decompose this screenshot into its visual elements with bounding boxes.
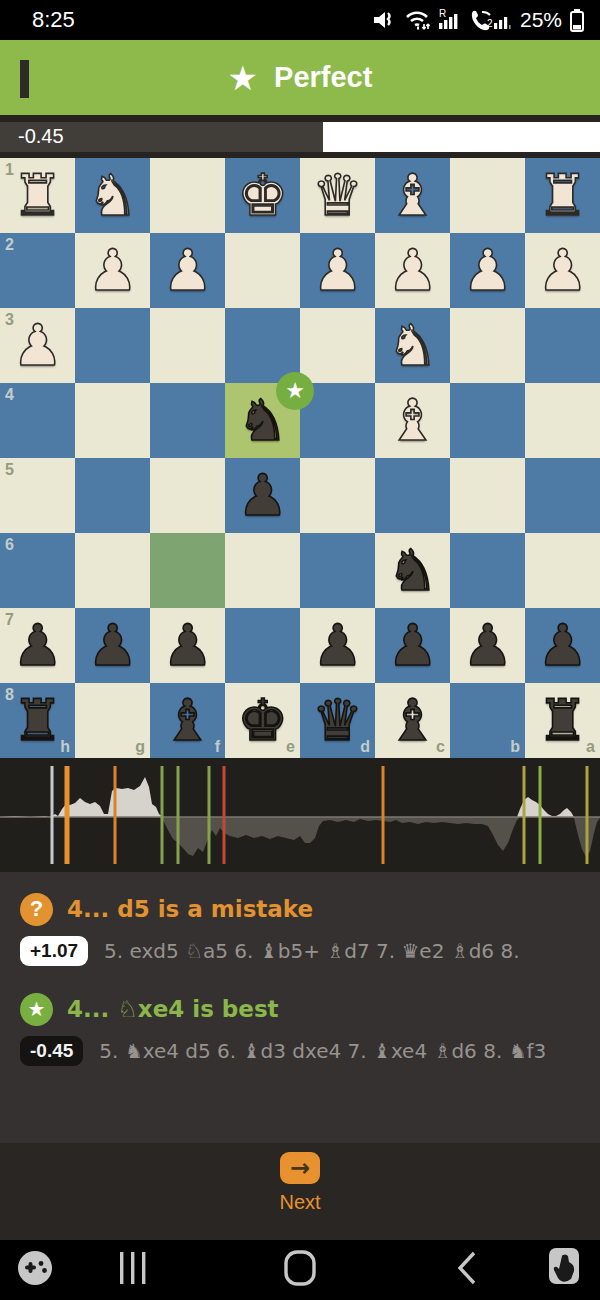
perfect-move-star-badge: ★ <box>276 372 314 410</box>
square-e6[interactable] <box>225 533 300 608</box>
square-f3[interactable] <box>150 308 225 383</box>
arrow-right-icon: → <box>290 1156 310 1180</box>
file-label: c <box>436 738 445 756</box>
square-e7[interactable] <box>225 608 300 683</box>
square-c6[interactable]: ♞ <box>375 533 450 608</box>
black-pawn-a7[interactable]: ♟ <box>537 608 588 683</box>
square-f5[interactable] <box>150 458 225 533</box>
call-signal-icon: 2 <box>468 7 514 33</box>
rank-label: 4 <box>5 386 14 404</box>
file-label: f <box>215 738 220 756</box>
rank-label: 1 <box>5 161 14 179</box>
square-c4[interactable]: ♝ <box>375 383 450 458</box>
square-a5[interactable] <box>525 458 600 533</box>
sim1-signal-icon: R <box>438 7 462 33</box>
square-a1[interactable]: ♜ <box>525 158 600 233</box>
move-marker[interactable] <box>208 766 211 864</box>
square-c8[interactable]: c♝ <box>375 683 450 758</box>
square-g7[interactable]: ♟ <box>75 608 150 683</box>
rank-label: 6 <box>5 536 14 554</box>
square-a6[interactable] <box>525 533 600 608</box>
square-h2[interactable]: 2 <box>0 233 75 308</box>
rank-label: 5 <box>5 461 14 479</box>
evaluation-bar-section: -0.45 <box>0 115 600 158</box>
game-launcher-icon[interactable] <box>16 1249 54 1291</box>
square-h4[interactable]: 4 <box>0 383 75 458</box>
square-f2[interactable]: ♟ <box>150 233 225 308</box>
square-c1[interactable]: ♝ <box>375 158 450 233</box>
square-a2[interactable]: ♟ <box>525 233 600 308</box>
move-quality-label: Perfect <box>274 61 372 94</box>
chess-board[interactable]: 1♜♞♚♛♝♜2♟♟♟♟♟♟3♟♞4♞♝5♟6♞7♟♟♟♟♟♟♟8h♜gf♝e♚… <box>0 158 600 758</box>
square-d8[interactable]: d♛ <box>300 683 375 758</box>
black-queen-d8[interactable]: ♛ <box>312 683 363 758</box>
square-e5[interactable]: ♟ <box>225 458 300 533</box>
move-marker[interactable] <box>161 766 164 864</box>
mistake-eval-badge: +1.07 <box>20 936 88 966</box>
square-b8[interactable]: b <box>450 683 525 758</box>
move-marker[interactable] <box>65 766 70 864</box>
white-knight-g1[interactable]: ♞ <box>87 158 138 233</box>
square-h8[interactable]: 8h♜ <box>0 683 75 758</box>
app-screen: { "game": "chess", "position": { "fen": … <box>0 0 600 1300</box>
rank-label: 8 <box>5 686 14 704</box>
battery-icon <box>568 6 586 34</box>
rank-label: 2 <box>5 236 14 254</box>
black-pawn-g7[interactable]: ♟ <box>87 608 138 683</box>
square-h3[interactable]: 3♟ <box>0 308 75 383</box>
square-a7[interactable]: ♟ <box>525 608 600 683</box>
drawer-notch <box>20 60 29 98</box>
square-a3[interactable] <box>525 308 600 383</box>
black-pawn-f7[interactable]: ♟ <box>162 608 213 683</box>
white-pawn-b2[interactable]: ♟ <box>462 233 513 308</box>
black-knight-c6[interactable]: ♞ <box>387 533 438 608</box>
square-f6[interactable] <box>150 533 225 608</box>
square-g4[interactable] <box>75 383 150 458</box>
mistake-block: ? 4... d5 is a mistake +1.07 5. exd5 ♘a5… <box>0 886 600 976</box>
square-b4[interactable] <box>450 383 525 458</box>
back-icon[interactable] <box>454 1249 480 1291</box>
white-pawn-g2[interactable]: ♟ <box>87 233 138 308</box>
best-move-block: ★ 4... ♘xe4 is best -0.45 5. ♞xe4 d5 6. … <box>0 986 600 1076</box>
square-d5[interactable] <box>300 458 375 533</box>
black-rook-h8[interactable]: ♜ <box>12 683 63 758</box>
battery-percent: 25% <box>520 8 562 32</box>
square-g8[interactable]: g <box>75 683 150 758</box>
mistake-title: 4... d5 is a mistake <box>67 896 313 922</box>
star-icon: ★ <box>228 61 258 95</box>
square-d2[interactable]: ♟ <box>300 233 375 308</box>
square-d3[interactable] <box>300 308 375 383</box>
square-c5[interactable] <box>375 458 450 533</box>
move-marker[interactable] <box>382 766 385 864</box>
black-bishop-c8[interactable]: ♝ <box>387 683 438 758</box>
square-h1[interactable]: 1♜ <box>0 158 75 233</box>
wifi-icon <box>404 8 432 32</box>
rank-label: 7 <box>5 611 14 629</box>
square-a4[interactable] <box>525 383 600 458</box>
file-label: b <box>510 738 520 756</box>
square-b5[interactable] <box>450 458 525 533</box>
white-queen-d1[interactable]: ♛ <box>312 158 363 233</box>
move-marker[interactable] <box>114 766 117 864</box>
evaluation-bar-white-fill <box>323 122 600 152</box>
square-d6[interactable] <box>300 533 375 608</box>
black-pawn-d7[interactable]: ♟ <box>312 608 363 683</box>
white-king-e1[interactable]: ♚ <box>237 158 288 233</box>
recent-apps-icon[interactable] <box>118 1250 148 1290</box>
evaluation-bar: -0.45 <box>0 122 600 152</box>
black-pawn-h7[interactable]: ♟ <box>12 608 63 683</box>
white-rook-h1[interactable]: ♜ <box>12 158 63 233</box>
clock: 8:25 <box>14 7 75 33</box>
svg-text:2: 2 <box>487 18 493 29</box>
square-d1[interactable]: ♛ <box>300 158 375 233</box>
move-marker[interactable] <box>51 766 54 864</box>
best-eval-badge: -0.45 <box>20 1036 83 1066</box>
footer-bar: → Next <box>0 1143 600 1240</box>
white-pawn-f2[interactable]: ♟ <box>162 233 213 308</box>
question-icon: ? <box>20 893 53 926</box>
square-b7[interactable]: ♟ <box>450 608 525 683</box>
evaluation-value: -0.45 <box>18 125 64 148</box>
best-move-title: 4... ♘xe4 is best <box>67 996 279 1022</box>
status-bar: 8:25 R 2 25% <box>0 0 600 40</box>
square-h5[interactable]: 5 <box>0 458 75 533</box>
square-f7[interactable]: ♟ <box>150 608 225 683</box>
star-icon: ★ <box>20 993 53 1026</box>
move-marker[interactable] <box>586 766 589 864</box>
android-nav-bar <box>0 1240 600 1300</box>
square-e8[interactable]: e♚ <box>225 683 300 758</box>
move-quality-banner: ★ Perfect <box>0 40 600 115</box>
square-e2[interactable] <box>225 233 300 308</box>
square-g5[interactable] <box>75 458 150 533</box>
white-bishop-c1[interactable]: ♝ <box>387 158 438 233</box>
move-marker[interactable] <box>523 766 526 864</box>
mistake-line[interactable]: 5. exd5 ♘a5 6. ♝b5+ ♗d7 7. ♛e2 ♗d6 8. <box>104 939 519 963</box>
white-rook-a1[interactable]: ♜ <box>537 158 588 233</box>
mute-icon <box>372 8 398 32</box>
square-c2[interactable]: ♟ <box>375 233 450 308</box>
evaluation-graph[interactable] <box>0 758 600 872</box>
white-pawn-a2[interactable]: ♟ <box>537 233 588 308</box>
file-label: h <box>60 738 70 756</box>
square-h6[interactable]: 6 <box>0 533 75 608</box>
move-marker[interactable] <box>177 766 180 864</box>
black-pawn-e5[interactable]: ♟ <box>237 458 288 533</box>
file-label: a <box>586 738 595 756</box>
black-bishop-f8[interactable]: ♝ <box>162 683 213 758</box>
square-b1[interactable] <box>450 158 525 233</box>
square-f4[interactable] <box>150 383 225 458</box>
square-e1[interactable]: ♚ <box>225 158 300 233</box>
file-label: g <box>135 738 145 756</box>
square-g2[interactable]: ♟ <box>75 233 150 308</box>
file-label: e <box>286 738 295 756</box>
black-king-e8[interactable]: ♚ <box>237 683 288 758</box>
square-b2[interactable]: ♟ <box>450 233 525 308</box>
next-button[interactable]: → <box>280 1152 320 1184</box>
rank-label: 3 <box>5 311 14 329</box>
white-pawn-c2[interactable]: ♟ <box>387 233 438 308</box>
square-g6[interactable] <box>75 533 150 608</box>
square-b3[interactable] <box>450 308 525 383</box>
move-marker[interactable] <box>539 766 542 864</box>
white-bishop-c4[interactable]: ♝ <box>387 383 438 458</box>
square-f8[interactable]: f♝ <box>150 683 225 758</box>
black-rook-a8[interactable]: ♜ <box>537 683 588 758</box>
black-pawn-c7[interactable]: ♟ <box>387 608 438 683</box>
svg-text:R: R <box>439 8 446 19</box>
square-c3[interactable]: ♞ <box>375 308 450 383</box>
touch-gesture-icon[interactable] <box>545 1246 585 1294</box>
move-marker[interactable] <box>223 766 226 864</box>
white-pawn-h3[interactable]: ♟ <box>12 308 63 383</box>
square-g3[interactable] <box>75 308 150 383</box>
best-line[interactable]: 5. ♞xe4 d5 6. ♝d3 dxe4 7. ♝xe4 ♗d6 8. ♞f… <box>99 1039 546 1063</box>
analysis-panel: ? 4... d5 is a mistake +1.07 5. exd5 ♘a5… <box>0 872 600 1143</box>
square-d7[interactable]: ♟ <box>300 608 375 683</box>
black-pawn-b7[interactable]: ♟ <box>462 608 513 683</box>
square-c7[interactable]: ♟ <box>375 608 450 683</box>
white-pawn-d2[interactable]: ♟ <box>312 233 363 308</box>
square-a8[interactable]: a♜ <box>525 683 600 758</box>
square-g1[interactable]: ♞ <box>75 158 150 233</box>
square-b6[interactable] <box>450 533 525 608</box>
file-label: d <box>360 738 370 756</box>
square-f1[interactable] <box>150 158 225 233</box>
next-label: Next <box>0 1191 600 1214</box>
square-h7[interactable]: 7♟ <box>0 608 75 683</box>
white-knight-c3[interactable]: ♞ <box>387 308 438 383</box>
home-icon[interactable] <box>283 1249 317 1291</box>
